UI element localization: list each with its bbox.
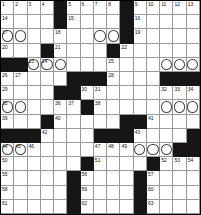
white-cell-r5c7[interactable]: [81, 58, 94, 72]
white-cell-r3c5[interactable]: 18: [54, 29, 67, 43]
white-cell-r8c8[interactable]: 38: [94, 100, 107, 114]
white-cell-r7c8[interactable]: 31: [94, 86, 107, 100]
white-cell-r12c13[interactable]: 52: [160, 157, 173, 171]
white-cell-r7c1[interactable]: 29: [1, 86, 14, 100]
black-cell-r12c7: [81, 157, 94, 171]
white-cell-r15c8[interactable]: [94, 200, 107, 214]
white-cell-r8c12[interactable]: [147, 100, 160, 114]
clue-number-27: 27: [15, 72, 21, 78]
white-cell-r3c3[interactable]: [28, 29, 41, 43]
white-cell-r12c2[interactable]: [14, 157, 27, 171]
white-cell-r11c9[interactable]: 48: [107, 143, 120, 157]
white-cell-r5c3[interactable]: 23: [28, 58, 41, 72]
white-cell-r2c4[interactable]: [41, 15, 54, 29]
black-cell-r1c5: [54, 1, 67, 15]
white-cell-r4c12[interactable]: [147, 44, 160, 58]
white-cell-r7c15[interactable]: 34: [187, 86, 200, 100]
white-cell-r13c14[interactable]: [173, 171, 186, 185]
circle-marker: [174, 101, 185, 112]
white-cell-r8c4[interactable]: [41, 100, 54, 114]
circle-marker: [161, 144, 172, 155]
black-cell-r6c8: [94, 72, 107, 86]
white-cell-r11c3[interactable]: 46: [28, 143, 41, 157]
crossword-grid: 1234567891011121314151617181920212223242…: [0, 0, 201, 215]
white-cell-r13c15[interactable]: [187, 171, 200, 185]
white-cell-r9c7[interactable]: [81, 115, 94, 129]
white-cell-r10c11[interactable]: 43: [134, 129, 147, 143]
circle-marker: [147, 144, 158, 155]
white-cell-r9c12[interactable]: 41: [147, 115, 160, 129]
black-cell-r8c7: [81, 100, 94, 114]
white-cell-r6c5[interactable]: [54, 72, 67, 86]
clue-number-62: 62: [82, 200, 88, 206]
white-cell-r9c9[interactable]: [107, 115, 120, 129]
clue-number-35: 35: [2, 100, 8, 106]
white-cell-r13c3[interactable]: [28, 171, 41, 185]
white-cell-r2c12[interactable]: [147, 15, 160, 29]
clue-number-23: 23: [29, 58, 35, 64]
clue-number-22: 22: [121, 44, 127, 50]
white-cell-r8c1[interactable]: 35: [1, 100, 14, 114]
clue-number-10: 10: [148, 1, 154, 7]
clue-number-24: 24: [42, 58, 48, 64]
clue-number-41: 41: [148, 115, 154, 121]
clue-number-30: 30: [82, 86, 88, 92]
white-cell-r3c11[interactable]: 19: [134, 29, 147, 43]
white-cell-r7c3[interactable]: [28, 86, 41, 100]
white-cell-r9c6[interactable]: [67, 115, 80, 129]
white-cell-r12c9[interactable]: [107, 157, 120, 171]
clue-number-8: 8: [108, 1, 111, 7]
black-cell-r9c11: [134, 115, 147, 129]
white-cell-r8c11[interactable]: [134, 100, 147, 114]
clue-number-50: 50: [2, 157, 8, 163]
white-cell-r1c8[interactable]: 7: [94, 1, 107, 15]
clue-number-15: 15: [68, 15, 74, 21]
black-cell-r10c15: [187, 129, 200, 143]
clue-number-47: 47: [95, 143, 101, 149]
black-cell-r13c6: [67, 171, 80, 185]
white-cell-r5c10[interactable]: [120, 58, 133, 72]
white-cell-r2c13[interactable]: [160, 15, 173, 29]
white-cell-r13c7[interactable]: 56: [81, 171, 94, 185]
white-cell-r7c2[interactable]: [14, 86, 27, 100]
clue-number-29: 29: [2, 86, 8, 92]
white-cell-r14c12[interactable]: 60: [147, 186, 160, 200]
white-cell-r5c6[interactable]: [67, 58, 80, 72]
white-cell-r4c13[interactable]: [160, 44, 173, 58]
white-cell-r15c4[interactable]: [41, 200, 54, 214]
white-cell-r7c9[interactable]: [107, 86, 120, 100]
white-cell-r15c3[interactable]: [28, 200, 41, 214]
black-cell-r6c14: [173, 72, 186, 86]
white-cell-r5c4[interactable]: 24: [41, 58, 54, 72]
circle-marker: [187, 59, 198, 70]
white-cell-r8c9[interactable]: [107, 100, 120, 114]
white-cell-r11c5[interactable]: [54, 143, 67, 157]
circle-marker: [161, 59, 172, 70]
clue-number-21: 21: [55, 44, 61, 50]
clue-number-14: 14: [2, 15, 8, 21]
white-cell-r6c11[interactable]: [134, 72, 147, 86]
white-cell-r12c15[interactable]: 54: [187, 157, 200, 171]
clue-number-5: 5: [68, 1, 71, 7]
white-cell-r7c4[interactable]: [41, 86, 54, 100]
white-cell-r7c10[interactable]: [120, 86, 133, 100]
white-cell-r14c14[interactable]: [173, 186, 186, 200]
white-cell-r12c14[interactable]: 53: [173, 157, 186, 171]
white-cell-r4c1[interactable]: 20: [1, 44, 14, 58]
white-cell-r5c9[interactable]: 25: [107, 58, 120, 72]
white-cell-r15c2[interactable]: [14, 200, 27, 214]
clue-number-26: 26: [2, 72, 8, 78]
black-cell-r2c10: [120, 15, 133, 29]
black-cell-r14c6: [67, 186, 80, 200]
white-cell-r7c7[interactable]: 30: [81, 86, 94, 100]
white-cell-r2c9[interactable]: [107, 15, 120, 29]
white-cell-r13c4[interactable]: [41, 171, 54, 185]
clue-number-45: 45: [15, 143, 21, 149]
white-cell-r9c15[interactable]: [187, 115, 200, 129]
white-cell-r3c12[interactable]: [147, 29, 160, 43]
white-cell-r7c13[interactable]: 32: [160, 86, 173, 100]
white-cell-r3c1[interactable]: 17: [1, 29, 14, 43]
white-cell-r11c13[interactable]: [160, 143, 173, 157]
white-cell-r1c1[interactable]: 1: [1, 1, 14, 15]
white-cell-r7c12[interactable]: [147, 86, 160, 100]
white-cell-r9c2[interactable]: [14, 115, 27, 129]
white-cell-r5c11[interactable]: [134, 58, 147, 72]
white-cell-r12c3[interactable]: [28, 157, 41, 171]
white-cell-r3c8[interactable]: [94, 29, 107, 43]
white-cell-r1c6[interactable]: 5: [67, 1, 80, 15]
white-cell-r14c9[interactable]: [107, 186, 120, 200]
black-cell-r12c12: [147, 157, 160, 171]
clue-number-38: 38: [95, 100, 101, 106]
white-cell-r4c14[interactable]: [173, 44, 186, 58]
white-cell-r6c3[interactable]: [28, 72, 41, 86]
white-cell-r13c5[interactable]: [54, 171, 67, 185]
white-cell-r14c1[interactable]: 58: [1, 186, 14, 200]
white-cell-r14c3[interactable]: [28, 186, 41, 200]
white-cell-r15c13[interactable]: [160, 200, 173, 214]
circle-marker: [187, 101, 198, 112]
white-cell-r6c10[interactable]: [120, 72, 133, 86]
white-cell-r14c13[interactable]: [160, 186, 173, 200]
white-cell-r13c2[interactable]: [14, 171, 27, 185]
clue-number-32: 32: [161, 86, 167, 92]
clue-number-13: 13: [188, 1, 194, 7]
black-cell-r10c3: [28, 129, 41, 143]
white-cell-r11c2[interactable]: 45: [14, 143, 27, 157]
white-cell-r1c4[interactable]: 4: [41, 1, 54, 15]
black-cell-r3c10: [120, 29, 133, 43]
black-cell-r6c15: [187, 72, 200, 86]
white-cell-r6c12[interactable]: [147, 72, 160, 86]
black-cell-r11c14: [173, 143, 186, 157]
white-cell-r1c12[interactable]: 10: [147, 1, 160, 15]
white-cell-r15c10[interactable]: [120, 200, 133, 214]
black-cell-r5c2: [14, 58, 27, 72]
white-cell-r13c9[interactable]: [107, 171, 120, 185]
clue-number-51: 51: [95, 157, 101, 163]
white-cell-r1c3[interactable]: 3: [28, 1, 41, 15]
black-cell-r10c2: [14, 129, 27, 143]
white-cell-r2c2[interactable]: [14, 15, 27, 29]
white-cell-r10c7[interactable]: [81, 129, 94, 143]
white-cell-r13c12[interactable]: 57: [147, 171, 160, 185]
white-cell-r10c13[interactable]: [160, 129, 173, 143]
white-cell-r15c1[interactable]: 61: [1, 200, 14, 214]
black-cell-r10c10: [120, 129, 133, 143]
black-cell-r14c11: [134, 186, 147, 200]
circle-marker: [108, 30, 119, 41]
white-cell-r14c5[interactable]: [54, 186, 67, 200]
white-cell-r11c4[interactable]: [41, 143, 54, 157]
white-cell-r9c5[interactable]: 40: [54, 115, 67, 129]
white-cell-r4c3[interactable]: [28, 44, 41, 58]
white-cell-r15c15[interactable]: [187, 200, 200, 214]
clue-number-19: 19: [135, 29, 141, 35]
clue-number-55: 55: [2, 171, 8, 177]
white-cell-r2c14[interactable]: [173, 15, 186, 29]
clue-number-59: 59: [82, 186, 88, 192]
white-cell-r6c1[interactable]: 26: [1, 72, 14, 86]
clue-number-17: 17: [2, 29, 8, 35]
clue-number-57: 57: [148, 171, 154, 177]
clue-number-28: 28: [108, 72, 114, 78]
white-cell-r3c6[interactable]: [67, 29, 80, 43]
circle-marker: [161, 101, 172, 112]
white-cell-r8c6[interactable]: 37: [67, 100, 80, 114]
white-cell-r13c13[interactable]: [160, 171, 173, 185]
white-cell-r1c14[interactable]: 12: [173, 1, 186, 15]
clue-number-44: 44: [2, 143, 8, 149]
circle-marker: [94, 30, 105, 41]
black-cell-r6c7: [81, 72, 94, 86]
clue-number-43: 43: [135, 129, 141, 135]
white-cell-r1c7[interactable]: 6: [81, 1, 94, 15]
white-cell-r13c10[interactable]: [120, 171, 133, 185]
white-cell-r4c5[interactable]: 21: [54, 44, 67, 58]
white-cell-r1c9[interactable]: 8: [107, 1, 120, 15]
white-cell-r6c2[interactable]: 27: [14, 72, 27, 86]
white-cell-r8c15[interactable]: [187, 100, 200, 114]
white-cell-r2c1[interactable]: 14: [1, 15, 14, 29]
white-cell-r11c10[interactable]: 49: [120, 143, 133, 157]
white-cell-r2c11[interactable]: 16: [134, 15, 147, 29]
white-cell-r7c14[interactable]: 33: [173, 86, 186, 100]
white-cell-r9c14[interactable]: [173, 115, 186, 129]
white-cell-r3c14[interactable]: [173, 29, 186, 43]
clue-number-6: 6: [82, 1, 85, 7]
white-cell-r11c7[interactable]: [81, 143, 94, 157]
black-cell-r6c6: [67, 72, 80, 86]
white-cell-r12c5[interactable]: [54, 157, 67, 171]
clue-number-37: 37: [68, 100, 74, 106]
black-cell-r7c5: [54, 86, 67, 100]
white-cell-r11c6[interactable]: [67, 143, 80, 157]
white-cell-r2c3[interactable]: [28, 15, 41, 29]
white-cell-r1c15[interactable]: 13: [187, 1, 200, 15]
white-cell-r14c7[interactable]: 59: [81, 186, 94, 200]
white-cell-r4c7[interactable]: [81, 44, 94, 58]
clue-number-48: 48: [108, 143, 114, 149]
white-cell-r10c6[interactable]: [67, 129, 80, 143]
white-cell-r8c10[interactable]: [120, 100, 133, 114]
white-cell-r8c2[interactable]: [14, 100, 27, 114]
black-cell-r5c1: [1, 58, 14, 72]
white-cell-r3c9[interactable]: [107, 29, 120, 43]
clue-number-56: 56: [82, 171, 88, 177]
white-cell-r11c8[interactable]: 47: [94, 143, 107, 157]
white-cell-r8c3[interactable]: [28, 100, 41, 114]
white-cell-r15c5[interactable]: [54, 200, 67, 214]
black-cell-r13c11: [134, 171, 147, 185]
white-cell-r15c9[interactable]: [107, 200, 120, 214]
circle-marker: [134, 144, 145, 155]
white-cell-r3c15[interactable]: [187, 29, 200, 43]
clue-number-53: 53: [174, 157, 180, 163]
white-cell-r9c13[interactable]: [160, 115, 173, 129]
clue-number-31: 31: [95, 86, 101, 92]
white-cell-r3c13[interactable]: [160, 29, 173, 43]
white-cell-r3c2[interactable]: [14, 29, 27, 43]
white-cell-r10c5[interactable]: [54, 129, 67, 143]
white-cell-r5c8[interactable]: [94, 58, 107, 72]
white-cell-r8c13[interactable]: [160, 100, 173, 114]
black-cell-r15c11: [134, 200, 147, 214]
clue-number-58: 58: [2, 186, 8, 192]
clue-number-60: 60: [148, 186, 154, 192]
white-cell-r14c2[interactable]: [14, 186, 27, 200]
black-cell-r15c6: [67, 200, 80, 214]
circle-marker: [55, 59, 66, 70]
clue-number-42: 42: [42, 129, 48, 135]
clue-number-12: 12: [174, 1, 180, 7]
white-cell-r13c1[interactable]: 55: [1, 171, 14, 185]
white-cell-r12c11[interactable]: [134, 157, 147, 171]
white-cell-r14c4[interactable]: [41, 186, 54, 200]
white-cell-r11c1[interactable]: 44: [1, 143, 14, 157]
white-cell-r6c9[interactable]: 28: [107, 72, 120, 86]
black-cell-r11c15: [187, 143, 200, 157]
black-cell-r10c8: [94, 129, 107, 143]
white-cell-r4c11[interactable]: [134, 44, 147, 58]
white-cell-r8c14[interactable]: [173, 100, 186, 114]
white-cell-r14c15[interactable]: [187, 186, 200, 200]
white-cell-r14c10[interactable]: [120, 186, 133, 200]
circle-marker: [174, 59, 185, 70]
white-cell-r9c8[interactable]: [94, 115, 107, 129]
clue-number-25: 25: [108, 58, 114, 64]
white-cell-r4c8[interactable]: [94, 44, 107, 58]
black-cell-r2c5: [54, 15, 67, 29]
white-cell-r2c15[interactable]: [187, 15, 200, 29]
white-cell-r12c6[interactable]: [67, 157, 80, 171]
white-cell-r15c7[interactable]: 62: [81, 200, 94, 214]
clue-number-61: 61: [2, 200, 8, 206]
clue-number-40: 40: [55, 115, 61, 121]
clue-number-16: 16: [135, 15, 141, 21]
black-cell-r9c10: [120, 115, 133, 129]
white-cell-r11c11[interactable]: [134, 143, 147, 157]
black-cell-r1c10: [120, 1, 133, 15]
white-cell-r14c8[interactable]: [94, 186, 107, 200]
white-cell-r12c8[interactable]: 51: [94, 157, 107, 171]
clue-number-2: 2: [15, 1, 18, 7]
clue-number-3: 3: [29, 1, 32, 7]
black-cell-r7c6: [67, 86, 80, 100]
clue-number-46: 46: [29, 143, 35, 149]
white-cell-r1c13[interactable]: 11: [160, 1, 173, 15]
white-cell-r5c15[interactable]: [187, 58, 200, 72]
white-cell-r2c8[interactable]: [94, 15, 107, 29]
white-cell-r3c7[interactable]: [81, 29, 94, 43]
white-cell-r1c11[interactable]: 9: [134, 1, 147, 15]
white-cell-r2c6[interactable]: 15: [67, 15, 80, 29]
white-cell-r4c10[interactable]: 22: [120, 44, 133, 58]
clue-number-36: 36: [55, 100, 61, 106]
black-cell-r6c13: [160, 72, 173, 86]
white-cell-r5c5[interactable]: [54, 58, 67, 72]
white-cell-r5c12[interactable]: [147, 58, 160, 72]
clue-number-18: 18: [55, 29, 61, 35]
black-cell-r4c4: [41, 44, 54, 58]
clue-number-7: 7: [95, 1, 98, 7]
white-cell-r4c6[interactable]: [67, 44, 80, 58]
white-cell-r9c3[interactable]: [28, 115, 41, 129]
white-cell-r11c12[interactable]: [147, 143, 160, 157]
white-cell-r12c4[interactable]: [41, 157, 54, 171]
white-cell-r7c11[interactable]: [134, 86, 147, 100]
clue-number-1: 1: [2, 1, 5, 7]
circle-marker: [15, 30, 26, 41]
white-cell-r4c15[interactable]: [187, 44, 200, 58]
clue-number-9: 9: [135, 1, 138, 7]
white-cell-r5c14[interactable]: [173, 58, 186, 72]
white-cell-r4c2[interactable]: [14, 44, 27, 58]
white-cell-r10c12[interactable]: [147, 129, 160, 143]
clue-number-54: 54: [188, 157, 194, 163]
clue-number-52: 52: [161, 157, 167, 163]
white-cell-r12c10[interactable]: [120, 157, 133, 171]
clue-number-4: 4: [42, 1, 45, 7]
white-cell-r9c1[interactable]: 39: [1, 115, 14, 129]
white-cell-r3c4[interactable]: [41, 29, 54, 43]
clue-number-20: 20: [2, 44, 8, 50]
white-cell-r5c13[interactable]: [160, 58, 173, 72]
white-cell-r13c8[interactable]: [94, 171, 107, 185]
white-cell-r2c7[interactable]: [81, 15, 94, 29]
clue-number-49: 49: [121, 143, 127, 149]
clue-number-39: 39: [2, 115, 8, 121]
white-cell-r6c4[interactable]: [41, 72, 54, 86]
white-cell-r8c5[interactable]: 36: [54, 100, 67, 114]
white-cell-r12c1[interactable]: 50: [1, 157, 14, 171]
black-cell-r9c4: [41, 115, 54, 129]
white-cell-r10c14[interactable]: [173, 129, 186, 143]
white-cell-r1c2[interactable]: 2: [14, 1, 27, 15]
black-cell-r10c9: [107, 129, 120, 143]
white-cell-r15c12[interactable]: 63: [147, 200, 160, 214]
white-cell-r15c14[interactable]: [173, 200, 186, 214]
black-cell-r4c9: [107, 44, 120, 58]
clue-number-34: 34: [188, 86, 194, 92]
clue-number-63: 63: [148, 200, 154, 206]
white-cell-r10c4[interactable]: 42: [41, 129, 54, 143]
clue-number-33: 33: [174, 86, 180, 92]
